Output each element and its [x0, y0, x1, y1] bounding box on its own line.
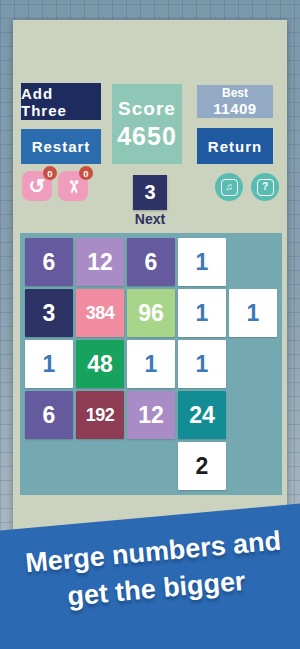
best-panel: Best 11409: [197, 85, 273, 118]
tile-192: 192: [76, 391, 124, 439]
tile-6: 6: [127, 238, 175, 286]
tile-1: 1: [127, 340, 175, 388]
tile-6: 6: [25, 391, 73, 439]
next-label: Next: [13, 211, 287, 227]
tile-1: 1: [178, 289, 226, 337]
scissors-count-badge: 0: [79, 166, 93, 180]
scissors-icon: ✂: [65, 179, 82, 193]
undo-count-badge: 0: [43, 166, 57, 180]
add-three-button[interactable]: Add Three: [21, 83, 101, 120]
empty-cell: [229, 340, 277, 388]
tile-24: 24: [178, 391, 226, 439]
score-label: Score: [118, 98, 176, 120]
game-panel: Add Three Score 4650 Best 11409 Restart …: [13, 20, 287, 565]
best-value: 11409: [213, 100, 256, 117]
tile-12: 12: [127, 391, 175, 439]
return-button[interactable]: Return: [197, 128, 273, 164]
tile-3: 3: [25, 289, 73, 337]
tile-1: 1: [178, 238, 226, 286]
tile-1: 1: [178, 340, 226, 388]
tile-6: 6: [25, 238, 73, 286]
undo-button[interactable]: ↺ 0: [22, 171, 52, 201]
board[interactable]: 612613384961114811619212242: [20, 233, 282, 495]
undo-icon: ↺: [29, 176, 46, 196]
graph-paper-backdrop: Add Three Score 4650 Best 11409 Restart …: [0, 0, 300, 649]
score-panel: Score 4650: [112, 84, 182, 164]
music-toggle-button[interactable]: ♫: [215, 173, 243, 201]
tile-1: 1: [229, 289, 277, 337]
score-value: 4650: [117, 122, 177, 151]
tile-1: 1: [25, 340, 73, 388]
help-button[interactable]: ?: [251, 173, 279, 201]
tile-2: 2: [178, 442, 226, 490]
empty-cell: [76, 442, 124, 490]
empty-cell: [127, 442, 175, 490]
scissors-button[interactable]: ✂ 0: [58, 171, 88, 201]
next-tile: 3: [133, 175, 167, 210]
empty-cell: [25, 442, 73, 490]
tile-48: 48: [76, 340, 124, 388]
music-icon: ♫: [221, 179, 238, 196]
best-label: Best: [222, 86, 248, 100]
empty-cell: [229, 238, 277, 286]
empty-cell: [229, 391, 277, 439]
empty-cell: [229, 442, 277, 490]
tile-384: 384: [76, 289, 124, 337]
tile-12: 12: [76, 238, 124, 286]
help-icon: ?: [257, 179, 274, 196]
tile-96: 96: [127, 289, 175, 337]
restart-button[interactable]: Restart: [21, 129, 101, 164]
